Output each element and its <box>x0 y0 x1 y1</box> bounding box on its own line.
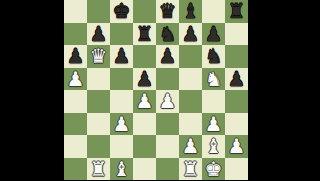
square-f1[interactable]: ♜ <box>179 158 202 181</box>
square-g6[interactable]: ♞ <box>202 45 225 68</box>
piece-black-knight-g6: ♞ <box>205 45 223 67</box>
square-b5[interactable] <box>87 68 110 91</box>
piece-black-bishop-f8: ♝ <box>182 0 200 22</box>
square-g4[interactable] <box>202 90 225 113</box>
square-f8[interactable]: ♝ <box>179 0 202 23</box>
square-c5[interactable] <box>110 68 133 91</box>
piece-black-pawn-d5: ♟ <box>136 68 154 90</box>
square-b8[interactable] <box>87 0 110 23</box>
square-a6[interactable]: ♟ <box>64 45 87 68</box>
square-e2[interactable] <box>156 135 179 158</box>
square-d7[interactable]: ♜ <box>133 23 156 46</box>
square-c1[interactable]: ♝ <box>110 158 133 181</box>
square-d4[interactable]: ♟ <box>133 90 156 113</box>
piece-black-pawn-a6: ♟ <box>67 45 85 67</box>
square-b6[interactable]: ♛ <box>87 45 110 68</box>
square-e5[interactable] <box>156 68 179 91</box>
square-a2[interactable] <box>64 135 87 158</box>
square-a8[interactable] <box>64 0 87 23</box>
chess-board[interactable]: ♚♛♝♜♟♜♞♟♟♟♛♟♟♞♟♟♞♟♟♟♟♟♟♝♟♜♝♜♚ <box>64 0 248 180</box>
square-e7[interactable]: ♞ <box>156 23 179 46</box>
square-e8[interactable]: ♛ <box>156 0 179 23</box>
piece-white-pawn-a5: ♟ <box>67 68 85 90</box>
piece-white-bishop-c1: ♝ <box>113 158 131 180</box>
letterbox-right <box>248 0 320 180</box>
piece-white-pawn-f2: ♟ <box>182 135 200 157</box>
square-a7[interactable] <box>64 23 87 46</box>
square-e4[interactable]: ♟ <box>156 90 179 113</box>
square-g5[interactable]: ♞ <box>202 68 225 91</box>
square-a4[interactable] <box>64 90 87 113</box>
square-d8[interactable] <box>133 0 156 23</box>
piece-white-rook-b1: ♜ <box>90 158 108 180</box>
square-e6[interactable]: ♟ <box>156 45 179 68</box>
piece-black-pawn-h5: ♟ <box>228 68 246 90</box>
square-f4[interactable] <box>179 90 202 113</box>
square-g3[interactable]: ♟ <box>202 113 225 136</box>
square-c7[interactable] <box>110 23 133 46</box>
square-b7[interactable]: ♟ <box>87 23 110 46</box>
screenshot-stage: ♚♛♝♜♟♜♞♟♟♟♛♟♟♞♟♟♞♟♟♟♟♟♟♝♟♜♝♜♚ <box>0 0 320 180</box>
piece-black-king-c8: ♚ <box>113 0 131 22</box>
square-f6[interactable] <box>179 45 202 68</box>
square-d2[interactable] <box>133 135 156 158</box>
square-h7[interactable] <box>225 23 248 46</box>
piece-white-rook-f1: ♜ <box>182 158 200 180</box>
square-b1[interactable]: ♜ <box>87 158 110 181</box>
square-d3[interactable] <box>133 113 156 136</box>
square-c3[interactable]: ♟ <box>110 113 133 136</box>
square-h4[interactable] <box>225 90 248 113</box>
square-f5[interactable] <box>179 68 202 91</box>
piece-black-knight-e7: ♞ <box>159 23 177 45</box>
piece-white-bishop-g2: ♝ <box>205 135 223 157</box>
square-g8[interactable] <box>202 0 225 23</box>
square-e3[interactable] <box>156 113 179 136</box>
square-d1[interactable] <box>133 158 156 181</box>
square-a5[interactable]: ♟ <box>64 68 87 91</box>
square-c8[interactable]: ♚ <box>110 0 133 23</box>
square-h8[interactable]: ♜ <box>225 0 248 23</box>
square-d5[interactable]: ♟ <box>133 68 156 91</box>
piece-black-pawn-f7: ♟ <box>182 23 200 45</box>
piece-black-pawn-g7: ♟ <box>205 23 223 45</box>
square-f7[interactable]: ♟ <box>179 23 202 46</box>
square-c2[interactable] <box>110 135 133 158</box>
piece-white-knight-g5: ♞ <box>205 68 223 90</box>
square-d6[interactable] <box>133 45 156 68</box>
square-b2[interactable] <box>87 135 110 158</box>
piece-white-pawn-c3: ♟ <box>113 113 131 135</box>
piece-white-pawn-d4: ♟ <box>136 90 154 112</box>
square-a1[interactable] <box>64 158 87 181</box>
piece-black-rook-d7: ♜ <box>136 23 154 45</box>
piece-black-pawn-e6: ♟ <box>159 45 177 67</box>
square-h3[interactable] <box>225 113 248 136</box>
square-g1[interactable]: ♚ <box>202 158 225 181</box>
piece-white-queen-b6: ♛ <box>90 45 108 67</box>
square-f3[interactable] <box>179 113 202 136</box>
square-g7[interactable]: ♟ <box>202 23 225 46</box>
square-a3[interactable] <box>64 113 87 136</box>
square-h1[interactable] <box>225 158 248 181</box>
square-h2[interactable]: ♟ <box>225 135 248 158</box>
square-c4[interactable] <box>110 90 133 113</box>
piece-black-pawn-b7: ♟ <box>90 23 108 45</box>
square-h5[interactable]: ♟ <box>225 68 248 91</box>
piece-black-queen-e8: ♛ <box>159 0 177 22</box>
piece-white-pawn-g3: ♟ <box>205 113 223 135</box>
square-f2[interactable]: ♟ <box>179 135 202 158</box>
piece-white-pawn-h2: ♟ <box>228 135 246 157</box>
piece-black-rook-h8: ♜ <box>228 0 246 22</box>
piece-white-pawn-e4: ♟ <box>159 90 177 112</box>
piece-black-pawn-c6: ♟ <box>113 45 131 67</box>
square-c6[interactable]: ♟ <box>110 45 133 68</box>
square-b4[interactable] <box>87 90 110 113</box>
square-g2[interactable]: ♝ <box>202 135 225 158</box>
square-h6[interactable] <box>225 45 248 68</box>
square-e1[interactable] <box>156 158 179 181</box>
piece-white-king-g1: ♚ <box>205 158 223 180</box>
letterbox-left <box>0 0 64 180</box>
square-b3[interactable] <box>87 113 110 136</box>
